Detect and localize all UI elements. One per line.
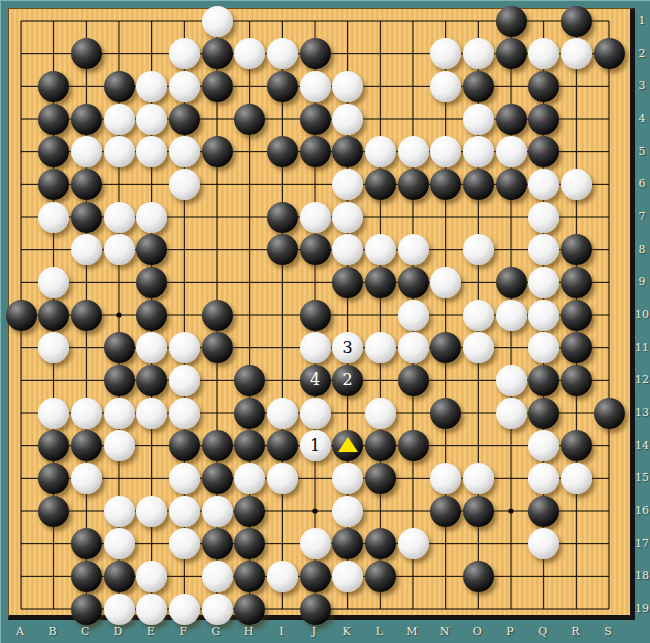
- row-label-3: 3: [639, 80, 646, 91]
- white-stone[interactable]: [496, 136, 527, 167]
- white-stone[interactable]: [528, 169, 559, 200]
- white-stone[interactable]: [104, 496, 135, 527]
- black-stone[interactable]: [430, 169, 461, 200]
- row-label-5: 5: [639, 145, 646, 156]
- white-stone[interactable]: [136, 202, 167, 233]
- white-stone[interactable]: [561, 38, 592, 69]
- white-stone[interactable]: [169, 38, 200, 69]
- black-stone[interactable]: [365, 267, 396, 298]
- row-label-12: 12: [635, 374, 649, 385]
- black-stone[interactable]: [300, 561, 331, 592]
- row-label-9: 9: [639, 276, 646, 287]
- move-number-label: 1: [310, 438, 320, 454]
- white-stone[interactable]: [169, 71, 200, 102]
- black-stone[interactable]: [6, 300, 37, 331]
- move-number-label: 2: [343, 372, 353, 388]
- white-stone[interactable]: [71, 136, 102, 167]
- black-stone[interactable]: [463, 71, 494, 102]
- white-stone[interactable]: [71, 398, 102, 429]
- black-stone[interactable]: 4: [300, 365, 331, 396]
- black-stone[interactable]: [71, 528, 102, 559]
- black-stone[interactable]: [561, 234, 592, 265]
- white-stone[interactable]: [398, 300, 429, 331]
- black-stone[interactable]: [71, 202, 102, 233]
- white-stone[interactable]: [104, 234, 135, 265]
- white-stone[interactable]: [136, 398, 167, 429]
- star-point: [116, 312, 121, 317]
- column-label-F: F: [180, 626, 188, 637]
- white-stone[interactable]: [267, 463, 298, 494]
- white-stone[interactable]: [169, 496, 200, 527]
- white-stone[interactable]: [267, 38, 298, 69]
- black-stone[interactable]: [561, 6, 592, 37]
- white-stone[interactable]: [332, 496, 363, 527]
- white-stone[interactable]: [496, 300, 527, 331]
- column-label-G: G: [212, 626, 221, 637]
- white-stone[interactable]: [169, 169, 200, 200]
- column-label-S: S: [604, 626, 612, 637]
- white-stone[interactable]: [463, 463, 494, 494]
- white-stone[interactable]: [202, 6, 233, 37]
- black-stone[interactable]: [300, 38, 331, 69]
- white-stone[interactable]: [71, 234, 102, 265]
- white-stone[interactable]: [202, 561, 233, 592]
- black-stone[interactable]: [71, 104, 102, 135]
- black-stone[interactable]: [528, 71, 559, 102]
- black-stone[interactable]: [202, 136, 233, 167]
- row-label-15: 15: [635, 472, 649, 483]
- white-stone[interactable]: [169, 463, 200, 494]
- white-stone[interactable]: [169, 594, 200, 625]
- white-stone[interactable]: [267, 398, 298, 429]
- black-stone[interactable]: [71, 594, 102, 625]
- column-label-K: K: [343, 626, 351, 637]
- black-stone[interactable]: [267, 71, 298, 102]
- column-label-O: O: [473, 626, 482, 637]
- black-stone[interactable]: [528, 365, 559, 396]
- white-stone[interactable]: [496, 365, 527, 396]
- white-stone[interactable]: [528, 463, 559, 494]
- black-stone[interactable]: [365, 430, 396, 461]
- black-stone[interactable]: [398, 169, 429, 200]
- black-stone[interactable]: [528, 104, 559, 135]
- black-stone[interactable]: [398, 365, 429, 396]
- black-stone[interactable]: [300, 234, 331, 265]
- white-stone[interactable]: [332, 561, 363, 592]
- black-stone[interactable]: [365, 528, 396, 559]
- black-stone[interactable]: [463, 561, 494, 592]
- row-label-14: 14: [635, 439, 649, 450]
- black-stone[interactable]: [38, 463, 69, 494]
- white-stone[interactable]: [169, 528, 200, 559]
- white-stone[interactable]: [104, 136, 135, 167]
- black-stone[interactable]: [430, 398, 461, 429]
- column-label-C: C: [81, 626, 89, 637]
- column-label-D: D: [114, 626, 123, 637]
- row-label-16: 16: [635, 505, 649, 516]
- row-label-11: 11: [635, 341, 649, 352]
- white-stone[interactable]: [332, 202, 363, 233]
- black-stone[interactable]: [71, 169, 102, 200]
- white-stone[interactable]: [332, 71, 363, 102]
- black-stone[interactable]: [561, 365, 592, 396]
- white-stone[interactable]: [332, 104, 363, 135]
- row-label-4: 4: [639, 113, 646, 124]
- black-stone[interactable]: [398, 430, 429, 461]
- white-stone[interactable]: [463, 136, 494, 167]
- white-stone[interactable]: [169, 398, 200, 429]
- white-stone[interactable]: [365, 398, 396, 429]
- black-stone[interactable]: [561, 430, 592, 461]
- black-stone[interactable]: [202, 463, 233, 494]
- black-stone[interactable]: [496, 104, 527, 135]
- white-stone[interactable]: [136, 71, 167, 102]
- black-stone[interactable]: [136, 300, 167, 331]
- black-stone[interactable]: [38, 71, 69, 102]
- column-label-M: M: [406, 626, 417, 637]
- column-label-L: L: [376, 626, 383, 637]
- black-stone[interactable]: [594, 398, 625, 429]
- black-stone[interactable]: [104, 332, 135, 363]
- white-stone[interactable]: [332, 463, 363, 494]
- white-stone[interactable]: [136, 561, 167, 592]
- black-stone[interactable]: [496, 169, 527, 200]
- black-stone[interactable]: [332, 267, 363, 298]
- white-stone[interactable]: [38, 398, 69, 429]
- row-label-18: 18: [635, 570, 649, 581]
- black-stone[interactable]: [561, 332, 592, 363]
- black-stone[interactable]: [463, 169, 494, 200]
- black-stone[interactable]: [300, 300, 331, 331]
- black-stone[interactable]: [398, 267, 429, 298]
- white-stone[interactable]: [202, 594, 233, 625]
- star-point: [508, 508, 513, 513]
- black-stone[interactable]: [234, 594, 265, 625]
- white-stone[interactable]: [463, 234, 494, 265]
- black-stone[interactable]: [365, 561, 396, 592]
- column-label-N: N: [440, 626, 450, 637]
- row-label-7: 7: [639, 211, 646, 222]
- white-stone[interactable]: [136, 104, 167, 135]
- black-stone[interactable]: [38, 169, 69, 200]
- column-label-E: E: [147, 626, 155, 637]
- black-stone[interactable]: [71, 430, 102, 461]
- white-stone[interactable]: [300, 398, 331, 429]
- black-stone[interactable]: [38, 104, 69, 135]
- white-stone[interactable]: [463, 300, 494, 331]
- white-stone[interactable]: [528, 202, 559, 233]
- white-stone[interactable]: [234, 463, 265, 494]
- move-number-label: 4: [310, 372, 320, 388]
- go-client-window: 3421 ABCDEFGHIJKLMNOPQRS1234567891011121…: [0, 0, 650, 643]
- black-stone[interactable]: [267, 430, 298, 461]
- white-stone[interactable]: [169, 136, 200, 167]
- move-number-label: 3: [343, 340, 353, 356]
- black-stone[interactable]: [71, 561, 102, 592]
- black-stone[interactable]: [267, 136, 298, 167]
- triangle-marker: [338, 437, 358, 452]
- white-stone[interactable]: [300, 528, 331, 559]
- row-label-8: 8: [639, 243, 646, 254]
- black-stone[interactable]: [267, 202, 298, 233]
- white-stone[interactable]: [136, 594, 167, 625]
- white-stone[interactable]: [398, 528, 429, 559]
- black-stone[interactable]: [202, 332, 233, 363]
- go-board[interactable]: 3421: [8, 8, 635, 620]
- black-stone[interactable]: [234, 496, 265, 527]
- black-stone[interactable]: [202, 38, 233, 69]
- black-stone[interactable]: 2: [332, 365, 363, 396]
- white-stone[interactable]: [300, 332, 331, 363]
- white-stone[interactable]: [463, 332, 494, 363]
- white-stone[interactable]: [528, 267, 559, 298]
- white-stone[interactable]: [561, 463, 592, 494]
- white-stone[interactable]: [430, 463, 461, 494]
- black-stone[interactable]: [38, 496, 69, 527]
- black-stone[interactable]: [169, 430, 200, 461]
- white-stone[interactable]: [267, 561, 298, 592]
- column-label-I: I: [279, 626, 283, 637]
- white-stone[interactable]: [365, 234, 396, 265]
- black-stone[interactable]: [71, 300, 102, 331]
- black-stone[interactable]: [463, 496, 494, 527]
- row-label-17: 17: [635, 537, 649, 548]
- white-stone[interactable]: [398, 234, 429, 265]
- black-stone[interactable]: [496, 6, 527, 37]
- white-stone[interactable]: [38, 267, 69, 298]
- white-stone[interactable]: [463, 104, 494, 135]
- row-label-19: 19: [635, 603, 649, 614]
- black-stone[interactable]: [365, 169, 396, 200]
- black-stone[interactable]: [104, 365, 135, 396]
- white-stone[interactable]: [496, 398, 527, 429]
- row-label-2: 2: [639, 47, 646, 58]
- white-stone[interactable]: [169, 365, 200, 396]
- white-stone[interactable]: [398, 136, 429, 167]
- black-stone[interactable]: [202, 528, 233, 559]
- star-point: [312, 508, 317, 513]
- column-label-R: R: [571, 626, 579, 637]
- black-stone[interactable]: [234, 398, 265, 429]
- white-stone[interactable]: [104, 430, 135, 461]
- white-stone[interactable]: [104, 202, 135, 233]
- row-label-10: 10: [635, 309, 649, 320]
- column-label-A: A: [16, 626, 24, 637]
- white-stone[interactable]: [561, 169, 592, 200]
- black-stone[interactable]: [104, 561, 135, 592]
- white-stone[interactable]: [104, 594, 135, 625]
- white-stone[interactable]: [169, 332, 200, 363]
- black-stone[interactable]: [38, 300, 69, 331]
- white-stone[interactable]: [38, 202, 69, 233]
- black-stone[interactable]: [528, 496, 559, 527]
- white-stone[interactable]: [104, 104, 135, 135]
- black-stone[interactable]: [594, 38, 625, 69]
- column-label-Q: Q: [538, 626, 547, 637]
- column-label-B: B: [49, 626, 57, 637]
- white-stone[interactable]: [104, 528, 135, 559]
- black-stone[interactable]: [496, 38, 527, 69]
- white-stone[interactable]: [202, 496, 233, 527]
- black-stone[interactable]: [528, 398, 559, 429]
- white-stone[interactable]: [300, 202, 331, 233]
- column-label-J: J: [312, 626, 316, 637]
- column-label-P: P: [506, 626, 513, 637]
- white-stone[interactable]: [300, 71, 331, 102]
- black-stone[interactable]: [234, 104, 265, 135]
- black-stone[interactable]: [71, 38, 102, 69]
- black-stone[interactable]: [136, 365, 167, 396]
- black-stone[interactable]: [202, 430, 233, 461]
- white-stone[interactable]: [430, 267, 461, 298]
- white-stone[interactable]: [365, 136, 396, 167]
- black-stone[interactable]: [496, 267, 527, 298]
- row-label-6: 6: [639, 178, 646, 189]
- black-stone[interactable]: [202, 300, 233, 331]
- black-stone[interactable]: [561, 267, 592, 298]
- white-stone[interactable]: [463, 38, 494, 69]
- row-label-1: 1: [639, 15, 646, 26]
- column-label-H: H: [244, 626, 254, 637]
- black-stone[interactable]: [267, 234, 298, 265]
- white-stone[interactable]: [104, 398, 135, 429]
- white-stone[interactable]: [136, 496, 167, 527]
- black-stone[interactable]: [561, 300, 592, 331]
- black-stone[interactable]: [234, 561, 265, 592]
- black-stone[interactable]: [202, 71, 233, 102]
- black-stone[interactable]: [300, 594, 331, 625]
- white-stone[interactable]: [430, 71, 461, 102]
- black-stone[interactable]: [300, 136, 331, 167]
- white-stone[interactable]: 1: [300, 430, 331, 461]
- black-stone[interactable]: [136, 267, 167, 298]
- black-stone[interactable]: [430, 496, 461, 527]
- white-stone[interactable]: [71, 463, 102, 494]
- black-stone[interactable]: [104, 71, 135, 102]
- black-stone[interactable]: [365, 463, 396, 494]
- black-stone[interactable]: [300, 104, 331, 135]
- black-stone[interactable]: [234, 365, 265, 396]
- black-stone[interactable]: [169, 104, 200, 135]
- white-stone[interactable]: [398, 332, 429, 363]
- white-stone[interactable]: [365, 332, 396, 363]
- row-label-13: 13: [635, 407, 649, 418]
- white-stone[interactable]: [332, 169, 363, 200]
- white-stone[interactable]: [528, 300, 559, 331]
